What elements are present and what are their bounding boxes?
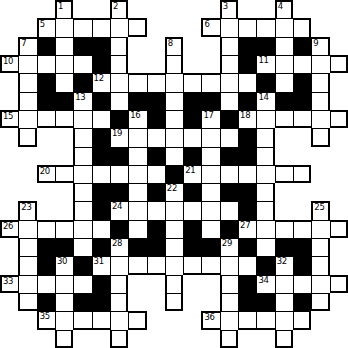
black-cell-r3c13 xyxy=(238,55,256,73)
clue-number-9: 9 xyxy=(313,39,318,48)
black-cell-r2c2 xyxy=(37,37,55,55)
cell-r5c6[interactable] xyxy=(110,92,128,110)
cell-r13c14[interactable] xyxy=(256,238,274,256)
cell-r11c12[interactable] xyxy=(220,201,238,219)
cell-r0c15[interactable]: 4 xyxy=(275,0,293,18)
black-cell-r13c2 xyxy=(37,238,55,256)
clue-number-15: 15 xyxy=(3,112,13,121)
black-cell-r4c14 xyxy=(256,73,274,91)
cell-r4c12[interactable] xyxy=(220,73,238,91)
black-cell-r14c14 xyxy=(256,256,274,274)
cell-r13c17[interactable] xyxy=(311,238,329,256)
cell-r6c18[interactable] xyxy=(330,110,348,128)
black-cell-r5c3 xyxy=(55,92,73,110)
cell-r4c15[interactable] xyxy=(275,73,293,91)
black-cell-r5c5 xyxy=(92,92,110,110)
cell-r9c16[interactable] xyxy=(293,165,311,183)
cell-r9c15[interactable] xyxy=(275,165,293,183)
cell-r12c3[interactable] xyxy=(55,220,73,238)
cell-r4c7[interactable] xyxy=(128,73,146,91)
cell-r6c16[interactable] xyxy=(293,110,311,128)
cell-r6c17[interactable] xyxy=(311,110,329,128)
cell-r15c12[interactable] xyxy=(220,275,238,293)
cell-r13c4[interactable] xyxy=(73,238,91,256)
cell-r7c9[interactable] xyxy=(165,128,183,146)
cell-r15c1[interactable] xyxy=(18,275,36,293)
black-cell-r16c2 xyxy=(37,293,55,311)
cell-r17c11[interactable]: 36 xyxy=(201,311,219,329)
cell-r11c8[interactable] xyxy=(147,201,165,219)
cell-r9c3[interactable] xyxy=(55,165,73,183)
cell-r11c10[interactable] xyxy=(183,201,201,219)
cell-r2c1[interactable]: 7 xyxy=(18,37,36,55)
cell-r14c13[interactable] xyxy=(238,256,256,274)
cell-r10c11[interactable] xyxy=(201,183,219,201)
black-cell-r16c16 xyxy=(293,293,311,311)
cell-r7c10[interactable] xyxy=(183,128,201,146)
cell-r12c1[interactable] xyxy=(18,220,36,238)
black-cell-r15c5 xyxy=(92,275,110,293)
cell-r3c2[interactable] xyxy=(37,55,55,73)
black-cell-r16c13 xyxy=(238,293,256,311)
black-cell-r12c10 xyxy=(183,220,201,238)
clue-number-7: 7 xyxy=(21,39,26,48)
black-cell-r11c13 xyxy=(238,201,256,219)
cell-r7c11[interactable] xyxy=(201,128,219,146)
cell-r11c6[interactable]: 24 xyxy=(110,201,128,219)
cell-r9c11[interactable] xyxy=(201,165,219,183)
clue-number-36: 36 xyxy=(204,313,214,322)
cell-r6c1[interactable] xyxy=(18,110,36,128)
clue-number-3: 3 xyxy=(223,2,228,11)
cell-r16c1[interactable] xyxy=(18,293,36,311)
cell-r6c14[interactable] xyxy=(256,110,274,128)
cell-r14c7[interactable] xyxy=(128,256,146,274)
cell-r1c11[interactable]: 6 xyxy=(201,18,219,36)
cell-r14c9[interactable] xyxy=(165,256,183,274)
cell-r12c18[interactable] xyxy=(330,220,348,238)
black-cell-r2c13 xyxy=(238,37,256,55)
clue-number-19: 19 xyxy=(112,129,122,138)
cell-r15c4[interactable] xyxy=(73,275,91,293)
cell-r8c14[interactable] xyxy=(256,147,274,165)
cell-r9c8[interactable] xyxy=(147,165,165,183)
cell-r11c4[interactable] xyxy=(73,201,91,219)
cell-r16c6[interactable] xyxy=(110,293,128,311)
cell-r12c11[interactable] xyxy=(201,220,219,238)
cell-r14c3[interactable]: 30 xyxy=(55,256,73,274)
cell-r9c5[interactable] xyxy=(92,165,110,183)
cell-r12c9[interactable] xyxy=(165,220,183,238)
cell-r17c5[interactable] xyxy=(92,311,110,329)
cell-r9c12[interactable] xyxy=(220,165,238,183)
cell-r13c9[interactable] xyxy=(165,238,183,256)
black-cell-r7c5 xyxy=(92,128,110,146)
cell-r12c17[interactable] xyxy=(311,220,329,238)
cell-r18c15[interactable] xyxy=(275,330,293,348)
cell-r14c6[interactable] xyxy=(110,256,128,274)
cell-r4c13[interactable] xyxy=(238,73,256,91)
black-cell-r4c16 xyxy=(293,73,311,91)
black-cell-r15c13 xyxy=(238,275,256,293)
black-cell-r5c2 xyxy=(37,92,55,110)
clue-number-34: 34 xyxy=(258,276,268,285)
cell-r17c4[interactable] xyxy=(73,311,91,329)
cell-r17c6[interactable] xyxy=(110,311,128,329)
black-cell-r10c5 xyxy=(92,183,110,201)
cell-r12c16[interactable] xyxy=(293,220,311,238)
cell-r9c13[interactable] xyxy=(238,165,256,183)
cell-r11c17[interactable]: 25 xyxy=(311,201,329,219)
cell-r17c14[interactable] xyxy=(256,311,274,329)
black-cell-r6c12 xyxy=(220,110,238,128)
clue-number-12: 12 xyxy=(94,74,104,83)
clue-number-17: 17 xyxy=(203,111,213,120)
clue-number-6: 6 xyxy=(204,20,209,29)
cell-r1c4[interactable] xyxy=(73,18,91,36)
black-cell-r7c13 xyxy=(238,128,256,146)
cell-r10c4[interactable] xyxy=(73,183,91,201)
cell-r3c9[interactable] xyxy=(165,55,183,73)
black-cell-r13c10 xyxy=(183,238,201,256)
cell-r11c1[interactable]: 23 xyxy=(18,201,36,219)
cell-r0c12[interactable]: 3 xyxy=(220,0,238,18)
cell-r10c7[interactable] xyxy=(128,183,146,201)
black-cell-r13c13 xyxy=(238,238,256,256)
cell-r14c17[interactable] xyxy=(311,256,329,274)
cell-r4c1[interactable] xyxy=(18,73,36,91)
black-cell-r6c10 xyxy=(183,110,201,128)
clue-number-1: 1 xyxy=(58,2,63,11)
cell-r15c16[interactable] xyxy=(293,275,311,293)
black-cell-r5c11 xyxy=(201,92,219,110)
black-cell-r8c13 xyxy=(238,147,256,165)
cell-r0c3[interactable]: 1 xyxy=(55,0,73,18)
cell-r3c3[interactable] xyxy=(55,55,73,73)
black-cell-r13c16 xyxy=(293,238,311,256)
cell-r9c6[interactable] xyxy=(110,165,128,183)
cell-r11c11[interactable] xyxy=(201,201,219,219)
black-cell-r10c10 xyxy=(183,183,201,201)
cell-r17c13[interactable] xyxy=(238,311,256,329)
cell-r2c15[interactable] xyxy=(275,37,293,55)
cell-r9c7[interactable] xyxy=(128,165,146,183)
cell-r15c15[interactable] xyxy=(275,275,293,293)
cell-r14c12[interactable] xyxy=(220,256,238,274)
cell-r4c8[interactable] xyxy=(147,73,165,91)
black-cell-r4c2 xyxy=(37,73,55,91)
clue-number-22: 22 xyxy=(167,184,177,193)
cell-r6c2[interactable] xyxy=(37,110,55,128)
clue-number-11: 11 xyxy=(258,56,268,65)
cell-r6c0[interactable]: 15 xyxy=(0,110,18,128)
cell-r14c5[interactable]: 31 xyxy=(92,256,110,274)
cell-r6c4[interactable] xyxy=(73,110,91,128)
cell-r5c4[interactable]: 13 xyxy=(73,92,91,110)
cell-r6c13[interactable]: 18 xyxy=(238,110,256,128)
black-cell-r13c5 xyxy=(92,238,110,256)
cell-r12c0[interactable]: 26 xyxy=(0,220,18,238)
black-cell-r6c8 xyxy=(147,110,165,128)
cell-r9c14[interactable] xyxy=(256,165,274,183)
cell-r5c12[interactable] xyxy=(220,92,238,110)
cell-r6c15[interactable] xyxy=(275,110,293,128)
cell-r2c17[interactable]: 9 xyxy=(311,37,329,55)
clue-number-25: 25 xyxy=(314,203,324,212)
black-cell-r13c7 xyxy=(128,238,146,256)
cell-r13c1[interactable] xyxy=(18,238,36,256)
clue-number-4: 4 xyxy=(278,2,283,11)
cell-r15c3[interactable] xyxy=(55,275,73,293)
black-cell-r2c16 xyxy=(293,37,311,55)
cell-r1c5[interactable] xyxy=(92,18,110,36)
cell-r3c1[interactable] xyxy=(18,55,36,73)
black-cell-r16c4 xyxy=(73,293,91,311)
cell-r8c4[interactable] xyxy=(73,147,91,165)
cell-r5c9[interactable] xyxy=(165,92,183,110)
black-cell-r9c9 xyxy=(165,165,183,183)
cell-r17c16[interactable] xyxy=(293,311,311,329)
cell-r7c4[interactable] xyxy=(73,128,91,146)
cell-r17c15[interactable] xyxy=(275,311,293,329)
cell-r1c3[interactable] xyxy=(55,18,73,36)
cell-r7c8[interactable] xyxy=(147,128,165,146)
black-cell-r2c5 xyxy=(92,37,110,55)
cell-r15c6[interactable] xyxy=(110,275,128,293)
cell-r7c17[interactable] xyxy=(311,128,329,146)
cell-r14c10[interactable] xyxy=(183,256,201,274)
black-cell-r8c5 xyxy=(92,147,110,165)
cell-r3c4[interactable] xyxy=(73,55,91,73)
cell-r5c1[interactable] xyxy=(18,92,36,110)
black-cell-r13c15 xyxy=(275,238,293,256)
cell-r13c12[interactable]: 29 xyxy=(220,238,238,256)
cell-r9c2[interactable]: 20 xyxy=(37,165,55,183)
cell-r1c2[interactable]: 5 xyxy=(37,18,55,36)
cell-r2c6[interactable] xyxy=(110,37,128,55)
black-cell-r10c13 xyxy=(238,183,256,201)
black-cell-r5c7 xyxy=(128,92,146,110)
cell-r3c14[interactable]: 11 xyxy=(256,55,274,73)
cell-r9c10[interactable]: 21 xyxy=(183,165,201,183)
cell-r7c12[interactable] xyxy=(220,128,238,146)
black-cell-r5c15 xyxy=(275,92,293,110)
cell-r6c9[interactable] xyxy=(165,110,183,128)
cell-r6c3[interactable] xyxy=(55,110,73,128)
clue-number-13: 13 xyxy=(75,93,85,102)
black-cell-r2c14 xyxy=(256,37,274,55)
cell-r16c9[interactable] xyxy=(165,293,183,311)
cell-r2c3[interactable] xyxy=(55,37,73,55)
cell-r10c9[interactable]: 22 xyxy=(165,183,183,201)
cell-r0c6[interactable]: 2 xyxy=(110,0,128,18)
cell-r11c7[interactable] xyxy=(128,201,146,219)
clue-number-23: 23 xyxy=(21,203,31,212)
cell-r17c3[interactable] xyxy=(55,311,73,329)
cell-r12c13[interactable]: 27 xyxy=(238,220,256,238)
black-cell-r14c2 xyxy=(37,256,55,274)
cell-r2c9[interactable]: 8 xyxy=(165,37,183,55)
cell-r2c12[interactable] xyxy=(220,37,238,55)
cell-r16c17[interactable] xyxy=(311,293,329,311)
black-cell-r10c8 xyxy=(147,183,165,201)
clue-number-2: 2 xyxy=(113,2,118,11)
clue-number-20: 20 xyxy=(40,167,50,176)
cell-r1c7[interactable] xyxy=(128,18,146,36)
cell-r1c13[interactable] xyxy=(238,18,256,36)
cell-r12c2[interactable] xyxy=(37,220,55,238)
cell-r18c12[interactable] xyxy=(220,330,238,348)
black-cell-r14c16 xyxy=(293,256,311,274)
clue-number-10: 10 xyxy=(3,57,13,66)
clue-number-26: 26 xyxy=(3,222,13,231)
cell-r12c15[interactable] xyxy=(275,220,293,238)
clue-number-14: 14 xyxy=(258,93,268,102)
clue-number-29: 29 xyxy=(222,239,232,248)
cell-r12c7[interactable] xyxy=(128,220,146,238)
cell-r4c9[interactable] xyxy=(165,73,183,91)
black-cell-r10c12 xyxy=(220,183,238,201)
cell-r1c12[interactable] xyxy=(220,18,238,36)
cell-r15c9[interactable] xyxy=(165,275,183,293)
clue-number-24: 24 xyxy=(112,202,122,211)
black-cell-r2c4 xyxy=(73,37,91,55)
cell-r15c0[interactable]: 33 xyxy=(0,275,18,293)
clue-number-32: 32 xyxy=(277,257,287,266)
black-cell-r13c11 xyxy=(201,238,219,256)
cell-r15c14[interactable]: 34 xyxy=(256,275,274,293)
black-cell-r16c5 xyxy=(92,293,110,311)
cell-r3c0[interactable]: 10 xyxy=(0,55,18,73)
cell-r17c2[interactable]: 35 xyxy=(37,311,55,329)
black-cell-r8c8 xyxy=(147,147,165,165)
cell-r3c18[interactable] xyxy=(330,55,348,73)
cell-r3c6[interactable] xyxy=(110,55,128,73)
cell-r4c5[interactable]: 12 xyxy=(92,73,110,91)
cell-r3c15[interactable] xyxy=(275,55,293,73)
black-cell-r11c5 xyxy=(92,201,110,219)
cell-r16c3[interactable] xyxy=(55,293,73,311)
cell-r5c17[interactable] xyxy=(311,92,329,110)
black-cell-r5c13 xyxy=(238,92,256,110)
cell-r14c8[interactable] xyxy=(147,256,165,274)
black-cell-r8c10 xyxy=(183,147,201,165)
cell-r3c17[interactable] xyxy=(311,55,329,73)
cell-r8c7[interactable] xyxy=(128,147,146,165)
cell-r6c7[interactable]: 16 xyxy=(128,110,146,128)
cell-r1c14[interactable] xyxy=(256,18,274,36)
cell-r17c7[interactable] xyxy=(128,311,146,329)
black-cell-r5c8 xyxy=(147,92,165,110)
clue-number-27: 27 xyxy=(240,221,250,230)
clue-number-28: 28 xyxy=(112,239,122,248)
black-cell-r8c6 xyxy=(110,147,128,165)
cell-r8c9[interactable] xyxy=(165,147,183,165)
cell-r13c6[interactable]: 28 xyxy=(110,238,128,256)
clue-number-18: 18 xyxy=(240,111,250,120)
cell-r5c14[interactable]: 14 xyxy=(256,92,274,110)
cell-r15c17[interactable] xyxy=(311,275,329,293)
cell-r15c2[interactable] xyxy=(37,275,55,293)
black-cell-r12c8 xyxy=(147,220,165,238)
black-cell-r3c5 xyxy=(92,55,110,73)
cell-r3c12[interactable] xyxy=(220,55,238,73)
cell-r14c11[interactable] xyxy=(201,256,219,274)
cell-r11c14[interactable] xyxy=(256,201,274,219)
clue-number-5: 5 xyxy=(40,20,45,29)
crossword-grid: 1234567891011121314151617181920212223242… xyxy=(0,0,348,348)
black-cell-r12c6 xyxy=(110,220,128,238)
black-cell-r5c10 xyxy=(183,92,201,110)
cell-r16c12[interactable] xyxy=(220,293,238,311)
cell-r6c11[interactable]: 17 xyxy=(201,110,219,128)
clue-number-8: 8 xyxy=(168,39,173,48)
cell-r4c11[interactable] xyxy=(201,73,219,91)
clue-number-21: 21 xyxy=(185,166,195,175)
black-cell-r10c6 xyxy=(110,183,128,201)
cell-r8c11[interactable] xyxy=(201,147,219,165)
black-cell-r14c4 xyxy=(73,256,91,274)
cell-r4c6[interactable] xyxy=(110,73,128,91)
cell-r18c3[interactable] xyxy=(55,330,73,348)
black-cell-r12c12 xyxy=(220,220,238,238)
clue-number-33: 33 xyxy=(3,277,13,286)
cell-r7c1[interactable] xyxy=(18,128,36,146)
cell-r7c6[interactable]: 19 xyxy=(110,128,128,146)
black-cell-r4c4 xyxy=(73,73,91,91)
cell-r17c12[interactable] xyxy=(220,311,238,329)
cell-r10c14[interactable] xyxy=(256,183,274,201)
cell-r7c7[interactable] xyxy=(128,128,146,146)
cell-r4c17[interactable] xyxy=(311,73,329,91)
cell-r1c15[interactable] xyxy=(275,18,293,36)
clue-number-35: 35 xyxy=(40,312,50,321)
cell-r6c5[interactable] xyxy=(92,110,110,128)
cell-r7c14[interactable] xyxy=(256,128,274,146)
cell-r9c4[interactable] xyxy=(73,165,91,183)
black-cell-r5c16 xyxy=(293,92,311,110)
clue-number-31: 31 xyxy=(94,257,104,266)
clue-number-16: 16 xyxy=(130,111,140,120)
cell-r12c14[interactable] xyxy=(256,220,274,238)
cell-r14c1[interactable] xyxy=(18,256,36,274)
cell-r4c3[interactable] xyxy=(55,73,73,91)
cell-r14c15[interactable]: 32 xyxy=(275,256,293,274)
cell-r1c6[interactable] xyxy=(110,18,128,36)
black-cell-r8c12 xyxy=(220,147,238,165)
black-cell-r13c8 xyxy=(147,238,165,256)
cell-r4c10[interactable] xyxy=(183,73,201,91)
cell-r15c18[interactable] xyxy=(330,275,348,293)
black-cell-r6c6 xyxy=(110,110,128,128)
cell-r12c5[interactable] xyxy=(92,220,110,238)
cell-r16c15[interactable] xyxy=(275,293,293,311)
cell-r11c9[interactable] xyxy=(165,201,183,219)
clue-number-30: 30 xyxy=(57,257,67,266)
black-cell-r13c3 xyxy=(55,238,73,256)
cell-r12c4[interactable] xyxy=(73,220,91,238)
cell-r3c16[interactable] xyxy=(293,55,311,73)
cell-r18c6[interactable] xyxy=(110,330,128,348)
cell-r1c16[interactable] xyxy=(293,18,311,36)
black-cell-r16c14 xyxy=(256,293,274,311)
